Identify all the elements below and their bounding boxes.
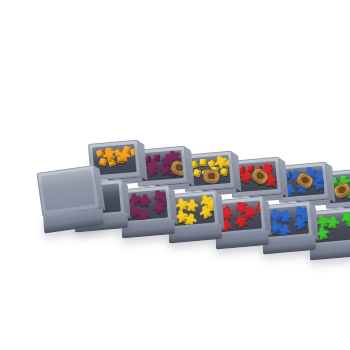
tray-empty xyxy=(36,164,111,243)
cube-orange xyxy=(96,149,105,158)
cube-orange xyxy=(130,148,136,156)
photo-caption: Board-game storage insert with player-co… xyxy=(40,16,41,17)
tray-empty-floor xyxy=(41,169,95,211)
insert-photo: Board-game storage insert with player-co… xyxy=(40,16,350,350)
cube-yellow xyxy=(199,159,207,167)
meeple-shape xyxy=(339,211,350,226)
cube-yellow xyxy=(220,168,228,176)
meeple-shape xyxy=(314,171,324,183)
player-token xyxy=(202,169,220,185)
